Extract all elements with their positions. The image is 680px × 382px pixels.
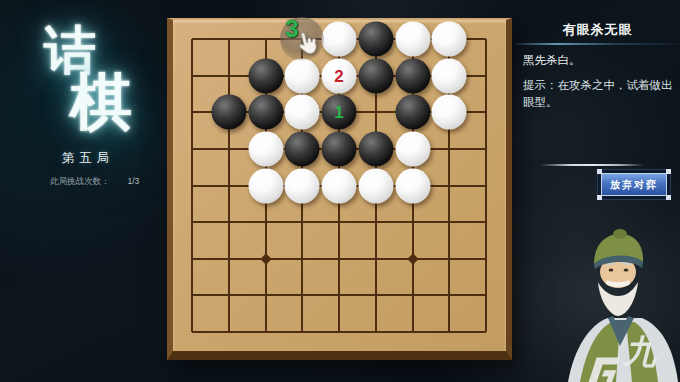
stone-white[interactable] xyxy=(285,58,320,93)
jiuyou-g-logo-icon xyxy=(584,352,619,382)
move-number: 2 xyxy=(322,58,357,93)
title-calligraphy-char-2: 棋 xyxy=(70,60,132,144)
attempts-counter: 此局挑战次数： 1/3 xyxy=(50,176,139,188)
stone-black[interactable] xyxy=(248,95,283,130)
stone-white[interactable] xyxy=(322,168,357,203)
stone-black[interactable] xyxy=(358,58,393,93)
stone-black[interactable] xyxy=(248,58,283,93)
stone-white[interactable] xyxy=(395,168,430,203)
stone-white[interactable] xyxy=(358,168,393,203)
stone-white[interactable] xyxy=(432,58,467,93)
stone-white[interactable] xyxy=(432,95,467,130)
puzzle-hint: 提示：在攻杀之中，试着做出眼型。 xyxy=(523,77,677,111)
stone-black[interactable]: 1 xyxy=(322,95,357,130)
stone-black[interactable] xyxy=(322,131,357,166)
button-divider xyxy=(540,164,644,166)
give-up-button[interactable]: 放弃对弈 xyxy=(601,173,667,196)
stone-black[interactable] xyxy=(395,58,430,93)
title-divider xyxy=(515,43,680,45)
move-number: 1 xyxy=(322,95,357,130)
round-label: 第五局 xyxy=(24,150,152,167)
stone-black[interactable] xyxy=(395,95,430,130)
grid-line xyxy=(485,39,487,332)
grid-line xyxy=(192,294,486,296)
stone-white[interactable] xyxy=(248,131,283,166)
pending-move-ghost[interactable]: 3 xyxy=(280,17,324,61)
stone-white[interactable]: 2 xyxy=(322,58,357,93)
stone-white[interactable] xyxy=(322,22,357,57)
star-point xyxy=(407,253,418,264)
puzzle-info-panel: 有眼杀无眼 黑先杀白。 提示：在攻杀之中，试着做出眼型。 放弃对弈 xyxy=(515,0,680,111)
go-board[interactable]: 3 21 xyxy=(167,18,512,360)
stone-white[interactable] xyxy=(395,22,430,57)
jiuyou-watermark-text: 九游 xyxy=(623,329,680,382)
stone-white[interactable] xyxy=(395,131,430,166)
grid-line xyxy=(192,331,486,333)
puzzle-title: 有眼杀无眼 xyxy=(515,21,680,39)
stone-white[interactable] xyxy=(285,168,320,203)
hand-cursor-icon xyxy=(293,28,322,60)
stone-black[interactable] xyxy=(285,131,320,166)
attempts-label: 此局挑战次数： xyxy=(50,176,110,188)
board-grid[interactable]: 3 21 xyxy=(192,39,486,332)
stone-black[interactable] xyxy=(211,95,246,130)
stone-white[interactable] xyxy=(248,168,283,203)
game-screen: 诘 棋 第五局 此局挑战次数： 1/3 3 21 有眼杀无眼 黑先杀白。 提示：… xyxy=(0,0,680,382)
grid-line xyxy=(192,221,486,223)
star-point xyxy=(260,253,271,264)
sidebar: 诘 棋 第五局 此局挑战次数： 1/3 xyxy=(0,0,164,382)
stone-black[interactable] xyxy=(358,131,393,166)
puzzle-objective: 黑先杀白。 xyxy=(523,53,680,68)
jiuyou-watermark: 九游 xyxy=(584,329,680,382)
stone-black[interactable] xyxy=(358,22,393,57)
stone-white[interactable] xyxy=(285,95,320,130)
grid-line xyxy=(192,258,486,260)
stone-white[interactable] xyxy=(432,22,467,57)
attempts-value: 1/3 xyxy=(128,176,140,188)
